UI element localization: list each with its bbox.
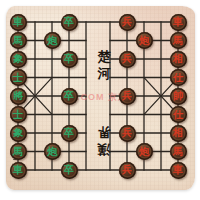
piece-glyph: 馬 (173, 33, 183, 47)
piece-glyph: 車 (173, 15, 183, 29)
piece-red-horse[interactable]: 馬 (170, 143, 187, 160)
piece-green-pawn[interactable]: 卒 (61, 14, 78, 31)
piece-red-elephant[interactable]: 相 (170, 51, 187, 68)
piece-glyph: 將 (13, 89, 23, 103)
piece-green-pawn[interactable]: 卒 (61, 162, 78, 179)
piece-red-pawn[interactable]: 兵 (119, 51, 136, 68)
piece-glyph: 車 (13, 163, 23, 177)
piece-glyph: 卒 (64, 52, 74, 66)
piece-glyph: 馬 (13, 33, 23, 47)
piece-glyph: 仕 (173, 70, 183, 84)
piece-glyph: 仕 (173, 107, 183, 121)
piece-red-pawn[interactable]: 兵 (119, 125, 136, 142)
piece-glyph: 炮 (139, 144, 149, 158)
piece-glyph: 相 (173, 52, 183, 66)
river-char: 界 (98, 126, 111, 139)
piece-red-pawn[interactable]: 兵 (119, 162, 136, 179)
piece-green-elephant[interactable]: 象 (10, 51, 27, 68)
piece-red-cannon[interactable]: 炮 (136, 143, 153, 160)
piece-glyph: 車 (13, 15, 23, 29)
piece-red-advisor[interactable]: 仕 (170, 69, 187, 86)
piece-glyph: 炮 (139, 33, 149, 47)
piece-green-pawn[interactable]: 卒 (61, 51, 78, 68)
piece-green-horse[interactable]: 馬 (10, 32, 27, 49)
piece-glyph: 卒 (64, 15, 74, 29)
piece-glyph: 馬 (173, 144, 183, 158)
piece-green-cannon[interactable]: 炮 (44, 32, 61, 49)
piece-green-chariot[interactable]: 車 (10, 162, 27, 179)
piece-glyph: 馬 (13, 144, 23, 158)
river-char: 漢 (98, 143, 111, 156)
piece-glyph: 兵 (122, 89, 132, 103)
piece-green-horse[interactable]: 馬 (10, 143, 27, 160)
piece-red-chariot[interactable]: 車 (170, 14, 187, 31)
piece-glyph: 兵 (122, 126, 132, 140)
piece-green-general[interactable]: 將 (10, 88, 27, 105)
piece-glyph: 卒 (64, 163, 74, 177)
piece-glyph: 車 (173, 163, 183, 177)
piece-glyph: 士 (13, 70, 23, 84)
piece-glyph: 象 (13, 126, 23, 140)
piece-red-advisor[interactable]: 仕 (170, 106, 187, 123)
xiangqi-photo: 楚 河 漢 界 .COM 京东 車馬象士將士象馬車炮炮卒卒卒卒卒兵兵兵兵兵炮炮車… (0, 0, 200, 200)
piece-green-pawn[interactable]: 卒 (61, 125, 78, 142)
piece-green-advisor[interactable]: 士 (10, 106, 27, 123)
piece-glyph: 炮 (47, 144, 57, 158)
piece-red-horse[interactable]: 馬 (170, 32, 187, 49)
piece-red-pawn[interactable]: 兵 (119, 14, 136, 31)
piece-red-cannon[interactable]: 炮 (136, 32, 153, 49)
piece-green-advisor[interactable]: 士 (10, 69, 27, 86)
piece-glyph: 兵 (122, 15, 132, 29)
piece-red-general[interactable]: 帥 (170, 88, 187, 105)
piece-glyph: 象 (13, 52, 23, 66)
piece-glyph: 兵 (122, 52, 132, 66)
piece-red-elephant[interactable]: 相 (170, 125, 187, 142)
piece-glyph: 帥 (173, 89, 183, 103)
river-char: 河 (98, 67, 111, 80)
piece-glyph: 卒 (64, 126, 74, 140)
river-label-chuhe: 楚 河 (95, 50, 113, 80)
piece-green-pawn[interactable]: 卒 (61, 88, 78, 105)
piece-green-chariot[interactable]: 車 (10, 14, 27, 31)
piece-glyph: 兵 (122, 163, 132, 177)
piece-red-pawn[interactable]: 兵 (119, 88, 136, 105)
river-char: 楚 (98, 50, 111, 63)
piece-red-chariot[interactable]: 車 (170, 162, 187, 179)
piece-glyph: 卒 (64, 89, 74, 103)
piece-green-elephant[interactable]: 象 (10, 125, 27, 142)
piece-green-cannon[interactable]: 炮 (44, 143, 61, 160)
piece-glyph: 相 (173, 126, 183, 140)
piece-glyph: 士 (13, 107, 23, 121)
river-label-hanjie: 漢 界 (95, 126, 113, 156)
piece-glyph: 炮 (47, 33, 57, 47)
